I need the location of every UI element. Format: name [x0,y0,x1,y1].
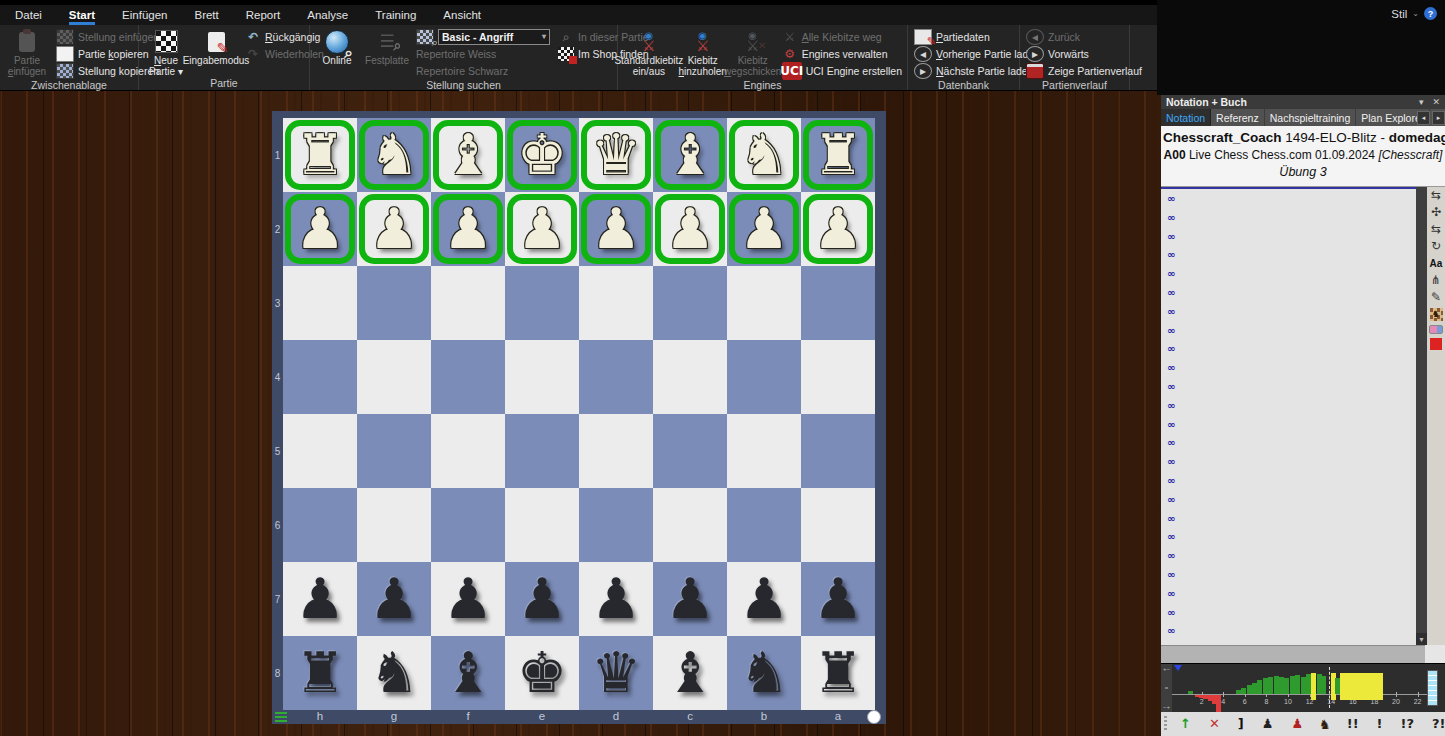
neue-partie-button[interactable]: NeuePartie ▾ [142,27,190,77]
piece-bP-f7[interactable]: ♟ [431,562,505,636]
help-icon[interactable]: ? [1424,7,1437,20]
zurueck-button: ◂Zurück [1023,28,1145,45]
piece-bP-e7[interactable]: ♟ [505,562,579,636]
ribbon-group-zwischenablage: PartieeinfügenStellung einfügenPartie ko… [0,25,139,90]
piece-bN-b8[interactable]: ♞ [727,636,801,710]
piece-wP-f2[interactable]: ♟ [431,192,505,266]
square-d2[interactable]: ♟ [579,192,653,266]
eval-bar [1306,674,1311,694]
chessbase-window: DateiStartEinfügenBrettReportAnalyseTrai… [0,0,1445,736]
notation-move-icon[interactable]: ∞ [1167,306,1175,317]
notation-scrollbar[interactable]: ▼ [1416,187,1427,645]
partie-einfuegen-button: Partieeinfügen [3,27,51,77]
book-icon [1026,63,1044,79]
eraser-icon[interactable] [1429,325,1443,334]
piece-wB-f1[interactable]: ♝ [431,118,505,192]
eval-bar [1188,691,1193,694]
circle-left-icon: ◂ [914,46,932,62]
kiebitz-all-icon: ⚔ [782,30,798,44]
notation-move-icon[interactable]: ∞ [1167,550,1175,561]
chess-board[interactable]: 12345678 ♜♞♝♚♛♝♞♜♟♟♟♟♟♟♟♟♟♟♟♟♟♟♟♟♜♞♝♚♛♝♞… [272,111,886,724]
red-pawn-tool[interactable]: ♟ [1282,712,1312,736]
square-h1[interactable]: ♜ [283,118,357,192]
notation-area[interactable]: ∞∞∞∞∞∞∞∞∞∞∞∞∞∞∞∞∞∞∞∞∞∞∞∞ [1161,187,1416,645]
bracket-tool[interactable]: ] [1229,712,1253,736]
piece-bK-e8[interactable]: ♚ [505,636,579,710]
square-f8[interactable]: ♝ [431,636,505,710]
square-c3[interactable] [653,266,727,340]
square-f4[interactable] [431,340,505,414]
file-label-a: a [801,710,875,724]
ribbon-group-datenbank: Partiedaten◂Vorherige Partie laden▸Nächs… [908,25,1020,90]
piece-bP-d7[interactable]: ♟ [579,562,653,636]
square-c6[interactable] [653,488,727,562]
rotate-icon[interactable]: ↻ [1431,240,1441,253]
notation-move-icon[interactable]: ∞ [1167,193,1175,204]
notation-move-icon[interactable]: ∞ [1167,569,1175,580]
notation-move-icon[interactable]: ∞ [1167,475,1175,486]
combo-board-icon [416,29,434,45]
piece-wP-d2[interactable]: ♟ [579,192,653,266]
file-label-c: c [653,710,727,724]
piece-bP-h7[interactable]: ♟ [283,562,357,636]
piece-bR-h8[interactable]: ♜ [283,636,357,710]
font-icon[interactable]: Aa [1430,257,1443,270]
file-label-g: g [357,710,431,724]
eval-bar [1279,677,1284,694]
eval-bar [1252,683,1257,694]
notation-move-icon[interactable]: ∞ [1167,249,1175,260]
eval-bar [1321,676,1326,694]
notation-move-icon[interactable]: ∞ [1167,625,1175,636]
eval-bar [1378,673,1383,700]
current-move-line [1329,667,1330,708]
eval-bar [1241,688,1246,694]
redo-icon: ↷ [245,47,261,61]
square-b7[interactable]: ♟ [727,562,801,636]
chart-tick-8: 8 [1259,698,1273,705]
notation-move-icon[interactable]: ∞ [1167,362,1175,373]
online-button[interactable]: Online [313,27,361,66]
piece-wP-e2[interactable]: ♟ [505,192,579,266]
square-e2[interactable]: ♟ [505,192,579,266]
piece-bQ-d8[interactable]: ♛ [579,636,653,710]
group-label-zwischenablage: Zwischenablage [0,79,138,91]
piece-wR-h1[interactable]: ♜ [283,118,357,192]
close-icon[interactable]: ✕ [1432,97,1440,107]
chart-tick-22: 22 [1411,698,1425,705]
ribbon-group-partienverlauf: ◂Zurück▸VorwärtsZeige PartienverlaufPart… [1020,25,1130,90]
game-event-info: A00 Live Chess Chess.com 01.09.2024 [Che… [1161,148,1445,162]
square-d7[interactable]: ♟ [579,562,653,636]
black-pawn-tool[interactable]: ♟ [1253,712,1283,736]
rank-label-1: 1 [272,118,283,192]
page-icon [56,46,74,62]
shop-icon [558,47,574,61]
menu-analyse[interactable]: Analyse [307,5,348,25]
square-d3[interactable] [579,266,653,340]
notation-body: ∞∞∞∞∞∞∞∞∞∞∞∞∞∞∞∞∞∞∞∞∞∞∞∞ ▼ ⇆✣⇆↻Aa⋔✎♞ [1161,187,1445,645]
chart-tick-20: 20 [1389,698,1403,705]
menu-report[interactable]: Report [246,5,281,25]
repertoire-combo-select[interactable]: Basic - Angriff▾ [438,29,550,45]
engine-icon: ⚙ [782,47,798,61]
exclam-tool[interactable]: ! [1368,712,1392,736]
square-d1[interactable]: ♛ [579,118,653,192]
rank-label-6: 6 [272,488,283,562]
chart-tick-10: 10 [1281,698,1295,705]
eval-bar [1311,673,1316,700]
rank-label-8: 8 [272,636,283,710]
square-d4[interactable] [579,340,653,414]
eye-swords-icon: ⚔ [696,41,709,52]
notation-icon-column: ⇆✣⇆↻Aa⋔✎♞ [1427,187,1445,645]
piece-wP-c2[interactable]: ♟ [653,192,727,266]
piece-bP-a7[interactable]: ♟ [801,562,875,636]
square-a4[interactable] [801,340,875,414]
notation-move-icon[interactable]: ∞ [1167,494,1175,505]
checker-icon [155,30,178,53]
cross-tool[interactable]: ✕ [1200,712,1229,736]
evaluation-profile-chart[interactable]: +−=−+ 246810121416182022 [1161,664,1445,712]
square-f5[interactable] [431,414,505,488]
square-h3[interactable] [283,266,357,340]
chevron-down-icon: ▾ [542,32,546,41]
undo-icon: ↶ [245,30,261,44]
chart-tick-2: 2 [1195,698,1209,705]
group-label-engines: Engines [618,79,907,91]
panel-titlebar[interactable]: Notation + Buch ▾ ✕ [1161,95,1445,109]
notation-move-icon[interactable]: ∞ [1167,287,1175,298]
evaluation-slider[interactable] [1427,670,1438,706]
circle-right-icon: ▸ [1026,46,1044,62]
square-h5[interactable] [283,414,357,488]
menu-ansicht[interactable]: Ansicht [443,5,481,25]
tab-referenz[interactable]: Referenz [1211,109,1265,126]
pieces-grid-tool[interactable]: ♞ [1319,717,1331,732]
eval-bar [1290,676,1295,694]
notation-move-icon[interactable]: ∞ [1167,325,1175,336]
file-label-d: d [579,710,653,724]
square-b3[interactable] [727,266,801,340]
square-c5[interactable] [653,414,727,488]
style-menu[interactable]: Stil [1391,8,1407,20]
notation-move-icon[interactable]: ∞ [1167,212,1175,223]
evaluation-plot[interactable]: 246810121416182022 [1172,664,1445,712]
piece-wN-g1[interactable]: ♞ [357,118,431,192]
eval-bar [1257,680,1262,694]
menu-start[interactable]: Start [69,5,95,25]
group-label-datenbank: Datenbank [908,79,1019,91]
panel-divider-strip[interactable] [1161,645,1445,664]
circle-left-icon: ◂ [1026,29,1044,45]
rank-label-7: 7 [272,562,283,636]
square-f2[interactable]: ♟ [431,192,505,266]
notation-move-icon[interactable]: ∞ [1167,268,1175,279]
square-g2[interactable]: ♟ [357,192,431,266]
square-a2[interactable]: ♟ [801,192,875,266]
piece-bR-a8[interactable]: ♜ [801,636,875,710]
square-h7[interactable]: ♟ [283,562,357,636]
notation-panel: Notation + Buch ▾ ✕ NotationReferenzNach… [1161,95,1445,736]
white-to-move-indicator [867,710,881,724]
pencil-icon[interactable]: ✎ [1431,291,1441,304]
square-b1[interactable]: ♞ [727,118,801,192]
menubar: DateiStartEinfügenBrettReportAnalyseTrai… [0,5,1172,25]
board-menu-icon[interactable] [275,712,287,722]
evaluation-axis-labels: +−=−+ [1161,664,1172,712]
piece-bP-g7[interactable]: ♟ [357,562,431,636]
notation-move-icon[interactable]: ∞ [1167,588,1175,599]
eval-bar [1284,678,1289,694]
square-a6[interactable] [801,488,875,562]
square-c4[interactable] [653,340,727,414]
game-exercise-label: Übung 3 [1161,165,1445,179]
rank-label-5: 5 [272,414,283,488]
ribbon: PartieeinfügenStellung einfügenPartie ko… [0,25,1157,91]
square-g1[interactable]: ♞ [357,118,431,192]
square-f7[interactable]: ♟ [431,562,505,636]
piece-wN-b1[interactable]: ♞ [727,118,801,192]
square-a3[interactable] [801,266,875,340]
magnifier-icon: ⌕ [558,30,574,44]
clipboard-icon [19,32,35,52]
notation-move-icon[interactable]: ∞ [1167,513,1175,524]
piece-bP-c7[interactable]: ♟ [653,562,727,636]
square-d8[interactable]: ♛ [579,636,653,710]
group-label-partie: Partie [139,77,309,90]
square-d5[interactable] [579,414,653,488]
square-b6[interactable] [727,488,801,562]
piece-wK-e1[interactable]: ♚ [505,118,579,192]
tab-scroll-right-icon[interactable]: ▸ [1432,111,1445,125]
piece-wP-h2[interactable]: ♟ [283,192,357,266]
spin-icon[interactable]: ✣ [1431,206,1441,219]
disks-icon: ☰ [379,36,394,47]
square-f6[interactable] [431,488,505,562]
festplatte-button: ☰Festplatte [363,27,411,66]
tree-icon[interactable]: ⋔ [1431,274,1441,287]
double-exclam-tool[interactable]: !! [1338,712,1368,736]
square-c7[interactable]: ♟ [653,562,727,636]
group-label-partienverlauf: Partienverlauf [1020,79,1129,91]
square-f3[interactable] [431,266,505,340]
game-header: Chesscraft_Coach 1494-ELO-Blitz - domeda… [1161,126,1445,187]
exclam-question-tool[interactable]: !? [1392,712,1423,736]
piece-wQ-d1[interactable]: ♛ [579,118,653,192]
form-pen-icon [914,29,932,45]
square-g7[interactable]: ♟ [357,562,431,636]
square-e4[interactable] [505,340,579,414]
notation-move-icon[interactable]: ∞ [1167,231,1175,242]
panel-title: Notation + Buch [1166,96,1247,108]
notation-move-icon[interactable]: ∞ [1167,343,1175,354]
board-bottom-strip: hgfedcba [272,710,886,724]
standardkiebitz-button[interactable]: ⚔Standardkiebitzein/aus [621,27,677,77]
rank-label-2: 2 [272,192,283,266]
panel-tabs: NotationReferenzNachspieltrainingPlan Ex… [1161,109,1445,126]
piece-wP-b2[interactable]: ♟ [727,192,801,266]
circle-right-icon: ▸ [914,63,932,79]
square-c1[interactable]: ♝ [653,118,727,192]
file-label-h: h [283,710,357,724]
tab-notation[interactable]: Notation [1161,109,1211,126]
panel-collapse-icon[interactable]: ▾ [1419,97,1424,107]
eingabemodus-button[interactable]: Eingabemodus [192,27,240,66]
axis-symbol: +− [1163,666,1170,672]
page-pencil-icon [208,32,225,52]
menu-training[interactable]: Training [375,5,416,25]
square-a5[interactable] [801,414,875,488]
square-h4[interactable] [283,340,357,414]
top-right-area: Stil ⌄ ? [1157,0,1445,95]
kiebitz-hinzuholen-button[interactable]: ⚔Kiebitzhinzuholen [679,27,727,77]
group-label-stellung-suchen: Stellung suchen [310,79,617,91]
tab-scroll-left-icon[interactable]: ◂ [1417,111,1430,125]
piece-wP-a2[interactable]: ♟ [801,192,875,266]
eval-bar [1236,690,1241,694]
engine-arrows-icon[interactable]: ⇆ [1431,189,1441,202]
vorwaerts-button[interactable]: ▸Vorwärts [1023,45,1145,62]
square-e1[interactable]: ♚ [505,118,579,192]
swap-arrows-icon[interactable]: ⇆ [1431,223,1441,236]
chart-marker-icon [1174,665,1182,675]
square-a7[interactable]: ♟ [801,562,875,636]
pieces-icon[interactable]: ♞ [1430,308,1443,321]
notation-move-icon[interactable]: ∞ [1167,419,1175,430]
piece-bB-c8[interactable]: ♝ [653,636,727,710]
square-e8[interactable]: ♚ [505,636,579,710]
tab-nachspieltraining[interactable]: Nachspieltraining [1265,109,1357,126]
eval-bar [1301,677,1306,694]
square-a1[interactable]: ♜ [801,118,875,192]
menu-datei[interactable]: Datei [15,5,42,25]
square-b2[interactable]: ♟ [727,192,801,266]
copy-board-icon [56,63,74,79]
globe-icon [325,30,349,54]
square-d6[interactable] [579,488,653,562]
square-c2[interactable]: ♟ [653,192,727,266]
game-players: Chesscraft_Coach 1494-ELO-Blitz - domeda… [1161,130,1445,145]
eval-bar [1295,675,1300,694]
axis-symbol: = [1165,685,1169,691]
alle-kiebitze-weg-button: ⚔Alle Kiebitze weg [779,28,905,45]
square-e5[interactable] [505,414,579,488]
arrow-up-tool[interactable]: ↑ [1171,712,1200,736]
red-square-icon[interactable] [1430,338,1442,350]
eval-bar [1268,677,1273,694]
piece-wB-c1[interactable]: ♝ [653,118,727,192]
notation-move-icon[interactable]: ∞ [1167,381,1175,392]
repertoire-combo[interactable]: Basic - Angriff▾ [413,28,553,45]
eval-bar [1274,676,1279,694]
menu-brett[interactable]: Brett [194,5,218,25]
board-squares[interactable]: ♜♞♝♚♛♝♞♜♟♟♟♟♟♟♟♟♟♟♟♟♟♟♟♟♜♞♝♚♛♝♞♜ [283,118,875,710]
file-labels: hgfedcba [283,710,875,724]
square-g4[interactable] [357,340,431,414]
eye-x-icon: ⚔ [746,41,759,52]
piece-wR-a1[interactable]: ♜ [801,118,875,192]
scroll-down-icon[interactable]: ▼ [1416,633,1427,645]
menu-einfuegen[interactable]: Einfügen [122,5,167,25]
uci-icon: UCI [782,62,802,80]
file-label-f: f [431,710,505,724]
uci-engine-erstellen-button[interactable]: UCIUCI Engine erstellen [779,62,905,79]
annotation-toolbar: ↑✕]♟♟♞!!!!??!???+-± [1161,712,1445,736]
board-small-icon [56,29,74,45]
piece-bN-g8[interactable]: ♞ [357,636,431,710]
square-e3[interactable] [505,266,579,340]
eval-bar [1247,685,1252,694]
square-b4[interactable] [727,340,801,414]
piece-wP-g2[interactable]: ♟ [357,192,431,266]
file-label-b: b [727,710,801,724]
axis-symbol: −+ [1163,704,1170,710]
notation-move-icon[interactable]: ∞ [1167,531,1175,542]
rank-labels: 12345678 [272,118,283,710]
square-b8[interactable]: ♞ [727,636,801,710]
square-g6[interactable] [357,488,431,562]
piece-bP-b7[interactable]: ♟ [727,562,801,636]
kiebitz-wegschicken-button: ⚔Kiebitzwegschicken [729,27,777,77]
rank-label-4: 4 [272,340,283,414]
square-e7[interactable]: ♟ [505,562,579,636]
rank-label-3: 3 [272,266,283,340]
square-e6[interactable] [505,488,579,562]
square-g8[interactable]: ♞ [357,636,431,710]
piece-bB-f8[interactable]: ♝ [431,636,505,710]
repertoire-schwarz-button: Repertoire Schwarz [413,62,553,79]
question-exclam-tool[interactable]: ?! [1423,712,1445,736]
square-h8[interactable]: ♜ [283,636,357,710]
square-h2[interactable]: ♟ [283,192,357,266]
notation-move-icon[interactable]: ∞ [1167,437,1175,448]
eye-swords-icon: ⚔ [642,41,655,52]
chevron-down-icon[interactable]: ⌄ [1412,9,1419,18]
ribbon-group-engines: ⚔Standardkiebitzein/aus⚔Kiebitzhinzuhole… [618,25,908,90]
ribbon-group-stellung-suchen: Online☰FestplatteBasic - Angriff▾Reperto… [310,25,618,90]
engines-verwalten-button[interactable]: ⚙Engines verwalten [779,45,905,62]
eval-bar [1216,695,1221,712]
square-a8[interactable]: ♜ [801,636,875,710]
notation-move-icon[interactable]: ∞ [1167,607,1175,618]
notation-move-icon[interactable]: ∞ [1167,400,1175,411]
square-f1[interactable]: ♝ [431,118,505,192]
file-label-e: e [505,710,579,724]
square-h6[interactable] [283,488,357,562]
square-g3[interactable] [357,266,431,340]
square-g5[interactable] [357,414,431,488]
ribbon-group-partie: NeuePartie ▾Eingabemodus↶Rückgängig↷Wied… [139,25,310,90]
square-b5[interactable] [727,414,801,488]
chart-tick-6: 6 [1238,698,1252,705]
notation-move-icon[interactable]: ∞ [1167,456,1175,467]
square-c8[interactable]: ♝ [653,636,727,710]
eval-bar [1263,678,1268,694]
zeige-partienverlauf-button[interactable]: Zeige Partienverlauf [1023,62,1145,79]
